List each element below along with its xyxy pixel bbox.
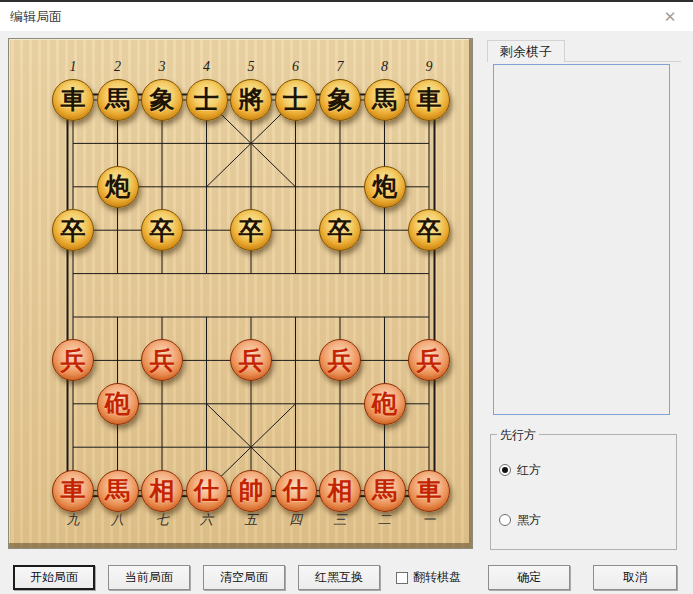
piece-black-將[interactable]: 將 xyxy=(230,79,272,121)
file-label-top: 6 xyxy=(273,59,318,75)
titlebar: 编辑局面 ✕ xyxy=(0,2,693,31)
remaining-pieces-list[interactable] xyxy=(493,64,670,415)
cancel-button[interactable]: 取消 xyxy=(593,565,677,590)
checkbox-icon xyxy=(396,572,408,584)
radio-red-side[interactable]: 红方 xyxy=(499,463,541,477)
piece-black-象[interactable]: 象 xyxy=(141,79,183,121)
flip-board-checkbox-label: 翻转棋盘 xyxy=(413,569,461,586)
piece-black-卒[interactable]: 卒 xyxy=(230,209,272,251)
radio-red-side-label: 红方 xyxy=(517,462,541,479)
piece-black-士[interactable]: 士 xyxy=(186,79,228,121)
file-labels-bottom: 九八七六五四三二一 xyxy=(51,511,452,529)
file-labels-top: 123456789 xyxy=(51,59,452,75)
piece-red-車[interactable]: 車 xyxy=(52,470,94,512)
file-label-top: 7 xyxy=(318,59,363,75)
piece-black-炮[interactable]: 炮 xyxy=(364,166,406,208)
file-label-bottom: 三 xyxy=(318,511,363,529)
file-label-top: 9 xyxy=(407,59,452,75)
piece-red-馬[interactable]: 馬 xyxy=(97,470,139,512)
file-label-bottom: 七 xyxy=(140,511,185,529)
start-position-button[interactable]: 开始局面 xyxy=(13,565,95,590)
piece-red-砲[interactable]: 砲 xyxy=(97,383,139,425)
file-label-bottom: 五 xyxy=(229,511,274,529)
piece-red-車[interactable]: 車 xyxy=(408,470,450,512)
tab-remaining-pieces[interactable]: 剩余棋子 xyxy=(487,40,565,62)
radio-icon xyxy=(499,514,511,526)
file-label-top: 5 xyxy=(229,59,274,75)
file-label-top: 4 xyxy=(184,59,229,75)
piece-red-仕[interactable]: 仕 xyxy=(275,470,317,512)
current-position-button[interactable]: 当前局面 xyxy=(108,565,190,590)
xiangqi-board[interactable]: 123456789 車馬象士將士象馬車炮炮卒卒卒卒卒兵兵兵兵兵砲砲車馬相仕帥仕相… xyxy=(8,38,473,549)
board-grid: 車馬象士將士象馬車炮炮卒卒卒卒卒兵兵兵兵兵砲砲車馬相仕帥仕相馬車 xyxy=(51,78,452,512)
file-label-bottom: 四 xyxy=(273,511,318,529)
radio-icon xyxy=(499,464,511,476)
file-label-top: 2 xyxy=(95,59,140,75)
piece-red-兵[interactable]: 兵 xyxy=(141,339,183,381)
edit-position-dialog: 编辑局面 ✕ 123456789 車馬象士將士象馬車炮炮卒卒卒卒卒兵兵兵兵兵砲砲… xyxy=(0,0,693,594)
tab-remaining-pieces-label: 剩余棋子 xyxy=(500,43,552,61)
file-label-bottom: 九 xyxy=(51,511,96,529)
radio-black-side[interactable]: 黑方 xyxy=(499,513,541,527)
file-label-bottom: 八 xyxy=(95,511,140,529)
piece-black-馬[interactable]: 馬 xyxy=(97,79,139,121)
radio-black-side-label: 黑方 xyxy=(517,512,541,529)
swap-red-black-button[interactable]: 红黑互换 xyxy=(298,565,380,590)
file-label-top: 8 xyxy=(362,59,407,75)
file-label-top: 1 xyxy=(51,59,96,75)
piece-red-兵[interactable]: 兵 xyxy=(52,339,94,381)
piece-red-兵[interactable]: 兵 xyxy=(230,339,272,381)
first-move-groupbox: 先行方 红方 黑方 xyxy=(490,434,677,550)
file-label-top: 3 xyxy=(140,59,185,75)
piece-red-砲[interactable]: 砲 xyxy=(364,383,406,425)
piece-black-象[interactable]: 象 xyxy=(319,79,361,121)
clear-position-button[interactable]: 清空局面 xyxy=(203,565,285,590)
piece-black-卒[interactable]: 卒 xyxy=(319,209,361,251)
ok-button[interactable]: 确定 xyxy=(488,565,570,590)
file-label-bottom: 六 xyxy=(184,511,229,529)
piece-black-卒[interactable]: 卒 xyxy=(141,209,183,251)
piece-black-車[interactable]: 車 xyxy=(408,79,450,121)
window-title: 编辑局面 xyxy=(10,8,62,26)
piece-black-卒[interactable]: 卒 xyxy=(52,209,94,251)
first-move-group-title: 先行方 xyxy=(497,427,539,444)
file-label-bottom: 二 xyxy=(362,511,407,529)
piece-black-炮[interactable]: 炮 xyxy=(97,166,139,208)
piece-red-馬[interactable]: 馬 xyxy=(364,470,406,512)
piece-black-士[interactable]: 士 xyxy=(275,79,317,121)
piece-black-馬[interactable]: 馬 xyxy=(364,79,406,121)
piece-red-相[interactable]: 相 xyxy=(141,470,183,512)
flip-board-checkbox[interactable]: 翻转棋盘 xyxy=(396,565,461,590)
piece-red-兵[interactable]: 兵 xyxy=(408,339,450,381)
piece-red-帥[interactable]: 帥 xyxy=(230,470,272,512)
piece-black-車[interactable]: 車 xyxy=(52,79,94,121)
file-label-bottom: 一 xyxy=(407,511,452,529)
piece-red-兵[interactable]: 兵 xyxy=(319,339,361,381)
piece-red-相[interactable]: 相 xyxy=(319,470,361,512)
close-icon[interactable]: ✕ xyxy=(647,2,693,31)
piece-red-仕[interactable]: 仕 xyxy=(186,470,228,512)
piece-black-卒[interactable]: 卒 xyxy=(408,209,450,251)
